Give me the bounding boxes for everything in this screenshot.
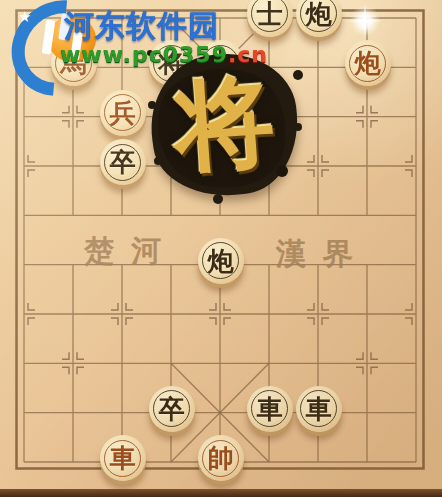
red-general[interactable]: 帥 — [198, 435, 244, 481]
red-cannon[interactable]: 炮 — [345, 40, 391, 86]
black-soldier[interactable]: 卒 — [149, 386, 195, 432]
red-soldier[interactable]: 兵 — [100, 90, 146, 136]
black-cannon[interactable]: 炮 — [198, 238, 244, 284]
xiangqi-game-screen: 楚河 漢界 士炮馬将士炮兵卒炮卒車車車帥 将 ★ 河东软件园 www.pc035… — [0, 0, 442, 497]
piece-glyph: 士 — [257, 1, 283, 27]
piece-glyph: 炮 — [355, 50, 381, 76]
piece-glyph: 車 — [306, 396, 332, 422]
black-advisor[interactable]: 士 — [247, 0, 293, 37]
black-soldier[interactable]: 卒 — [100, 139, 146, 185]
logo-star-icon: ★ — [18, 8, 31, 26]
piece-glyph: 炮 — [306, 1, 332, 27]
check-text: 将 — [142, 45, 307, 205]
piece-glyph: 卒 — [159, 396, 185, 422]
piece-glyph: 炮 — [208, 248, 234, 274]
piece-glyph: 兵 — [110, 100, 136, 126]
site-logo: ★ — [4, 2, 108, 64]
black-chariot[interactable]: 車 — [296, 386, 342, 432]
piece-glyph: 車 — [110, 445, 136, 471]
piece-glyph: 車 — [257, 396, 283, 422]
check-announcement: 将 — [147, 50, 302, 200]
red-chariot[interactable]: 車 — [100, 435, 146, 481]
bottom-edge-strip — [0, 489, 442, 497]
piece-glyph: 帥 — [208, 445, 234, 471]
black-chariot[interactable]: 車 — [247, 386, 293, 432]
black-cannon[interactable]: 炮 — [296, 0, 342, 37]
piece-glyph: 卒 — [110, 149, 136, 175]
